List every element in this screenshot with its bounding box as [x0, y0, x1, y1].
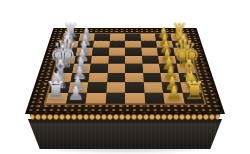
- square: [142, 64, 160, 73]
- square: [144, 92, 165, 103]
- square: [125, 34, 141, 41]
- square: [125, 92, 145, 103]
- square: [109, 41, 125, 48]
- square: ♟: [163, 92, 184, 103]
- square: [90, 64, 108, 73]
- board-grid: ♜♟♟♜♞♟♟♞♝♟♟♝♛♟♟♛♚♟♟♚♝♟♟♝♞♟♟♞♜♟♟♜: [46, 34, 204, 104]
- square: [109, 34, 125, 41]
- square: [141, 41, 157, 48]
- chess-board: ♜♟♟♜♞♟♟♞♝♟♟♝♛♟♟♛♚♟♟♚♝♟♟♝♞♟♟♞♜♟♟♜: [25, 28, 225, 114]
- square: [125, 48, 142, 56]
- square: [125, 41, 141, 48]
- square: [140, 34, 156, 41]
- square: [141, 48, 158, 56]
- square: [108, 48, 125, 56]
- square: [125, 73, 143, 83]
- square: [125, 82, 144, 92]
- silver-rook: ♜: [45, 78, 67, 103]
- square: [92, 48, 109, 56]
- square: [106, 82, 125, 92]
- square: ♟: [66, 92, 87, 103]
- square: [87, 82, 107, 92]
- square: [91, 56, 109, 64]
- silver-pawn: ♟: [67, 84, 84, 103]
- square: [143, 82, 163, 92]
- board-box-side: [27, 119, 223, 149]
- square: [142, 56, 160, 64]
- square: [125, 64, 143, 73]
- square: [108, 56, 125, 64]
- square: ♜: [46, 92, 68, 103]
- square: [125, 56, 142, 64]
- square: [105, 92, 125, 103]
- chess-set-photo: ♜♟♟♜♞♟♟♞♝♟♟♝♛♟♟♛♚♟♟♚♝♟♟♝♞♟♟♞♜♟♟♜: [0, 0, 250, 154]
- square: [107, 64, 125, 73]
- board-ornate-frame: ♜♟♟♜♞♟♟♞♝♟♟♝♛♟♟♛♚♟♟♚♝♟♟♝♞♟♟♞♜♟♟♜: [25, 28, 225, 114]
- square: [85, 92, 106, 103]
- square: [88, 73, 107, 83]
- gold-rook: ♜: [183, 78, 205, 103]
- square: [143, 73, 162, 83]
- gold-pawn: ♟: [166, 84, 183, 103]
- square: [93, 41, 109, 48]
- square: [94, 34, 110, 41]
- square: ♜: [182, 92, 204, 103]
- square: [107, 73, 125, 83]
